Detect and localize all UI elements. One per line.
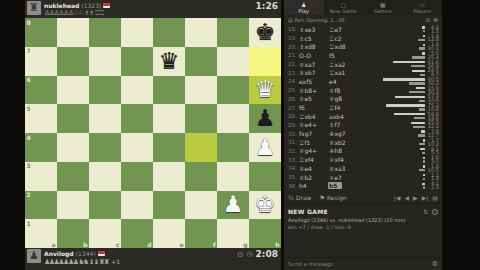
square-h6[interactable]: ♛ [249,76,281,105]
rank-label: 1 [27,220,31,227]
white-move-33[interactable]: ♖xf4 [298,156,328,163]
clock-top: 1:26 [256,1,278,11]
move-time-bars: 1.610.1 [373,43,439,50]
square-a7[interactable]: 7 [25,47,57,76]
time-bar [423,165,425,167]
white-move-26[interactable]: ♕e5 [298,95,328,102]
board-column: ♜ nuklehead (1323) ♙♙♙♙♙♙ ♘♘ ♗♗ ♖♖ 1:26 … [25,0,281,270]
square-d3[interactable] [121,162,153,191]
app-window: ♜ nuklehead (1323) ♙♙♙♙♙♙ ♘♘ ♗♗ ♖♖ 1:26 … [0,0,480,270]
captured-pieces-top: ♙♙♙♙♙♙ ♘♘ ♗♗ ♖♖ [44,9,256,18]
square-e7[interactable]: ♛ [153,47,185,76]
square-e2[interactable] [153,191,185,220]
square-e3[interactable] [153,162,185,191]
player-info-bottom: Anvilogd (1344) ♟♟♟♟♟♟♟ ♞♞ ♝♝ ♜♜+1 [44,249,237,266]
square-c1[interactable]: c [89,219,121,248]
move-time-bars: 1.63.5 [373,156,439,163]
move-number: 31. [288,139,298,145]
move-time-bars: 25.522.2 [373,121,439,128]
move-row-36: 36.h4h54.12.3 [288,181,439,190]
square-d7[interactable] [121,47,153,76]
rank-label: 4 [27,134,31,141]
new-game-card: NEW GAME ⇅ i Anvilogd (1344) vs. nuklehe… [284,204,442,230]
move-row-30: 30.fxg7♔xg77.612.7 [288,129,439,138]
file-label: d [147,241,151,248]
time-bar [393,61,424,63]
time-bar [419,100,424,102]
black-move-22[interactable]: ♖xa2 [328,61,358,68]
info-icon[interactable]: i [432,209,438,215]
white-move-31[interactable]: ♖f1 [298,139,328,146]
square-a4[interactable]: 4 [25,133,57,162]
move-row-35: 35.♕b2♕e71.11.4 [288,173,439,182]
tab-label: New Game [330,8,357,14]
move-number: 23. [288,70,298,76]
square-g7[interactable] [217,47,249,76]
black-move-25[interactable]: ♕f8 [328,87,358,94]
tab-new-game[interactable]: ▢New Game [324,0,364,15]
game-controls: ½ Draw ⚑ Resign |◀◀▶▶|▤ [284,191,442,204]
time-bar [423,30,425,32]
square-e4[interactable] [153,133,185,162]
black-move-33[interactable]: ♕xf4 [328,156,358,163]
move-number: 30. [288,131,298,137]
white-move-24[interactable]: exf5 [298,78,328,85]
country-flag-icon [98,251,105,256]
white-move-27[interactable]: f6 [298,104,328,111]
time-bar [422,52,425,54]
player-name-bottom[interactable]: Anvilogd [44,250,74,257]
player-bar-top: ♜ nuklehead (1323) ♙♙♙♙♙♙ ♘♘ ♗♗ ♖♖ 1:26 [25,0,281,18]
white-move-36[interactable]: h4 [298,182,328,189]
time-bar [418,134,424,136]
file-label: g [243,241,247,248]
rating-stakes-text: win +7 / draw -1 / lose -9 [288,224,438,230]
time-bar [411,122,424,124]
square-f4[interactable] [185,133,217,162]
move-time-bars: 4.12.3 [373,182,439,189]
move-time-bars: 4.21.5 [373,26,439,33]
black-move-28[interactable]: axb4 [328,113,358,120]
move-number: 25. [288,87,298,93]
square-g1[interactable]: g [217,219,249,248]
move-time-bars: 8.15.5 [373,147,439,154]
square-h7[interactable] [249,47,281,76]
new-game-title: NEW GAME [288,208,328,215]
square-b5[interactable] [57,104,89,133]
move-time-bars: 7.612.7 [373,130,439,137]
clock-bottom: 2:08 [256,249,278,259]
rank-label: 3 [27,162,31,169]
matchup-text: Anvilogd (1344) vs. nuklehead (1323) (10… [288,217,438,223]
move-list: 18.♗xe3♖e74.21.519.♗c5♖c21.912.820.♗xd8♖… [284,25,442,191]
player-rating-top: (1323) [81,2,101,9]
opening-name[interactable]: Reti Opening: 1...d5 [295,17,426,23]
square-g3[interactable] [217,162,249,191]
black-move-26[interactable]: ♕g8 [328,95,358,102]
square-a1[interactable]: 1a [25,219,57,248]
time-bar [421,130,425,132]
move-time-bars: 1.810.5 [373,165,439,172]
black-move-34[interactable]: ♕xa3 [328,165,358,172]
square-b1[interactable]: b [57,219,89,248]
white-move-23[interactable]: ♕xb7 [298,69,328,76]
square-c4[interactable] [89,133,121,162]
square-b7[interactable] [57,47,89,76]
time-bar [423,178,425,180]
square-e6[interactable] [153,76,185,105]
white-move-21[interactable]: O-O [298,52,328,59]
square-a6[interactable]: 6 [25,76,57,105]
close-icon[interactable]: ⊗ [433,16,438,24]
tab-games[interactable]: ▦Games [363,0,403,15]
square-e8[interactable] [153,18,185,47]
time-bar [419,169,424,171]
square-g2[interactable]: ♟ [217,191,249,220]
country-flag-icon [103,3,110,8]
resign-button[interactable]: ⚑ Resign [320,194,347,201]
square-c3[interactable] [89,162,121,191]
black-move-35[interactable]: ♕e7 [328,174,358,181]
move-time-bars: 1.710.2 [373,139,439,146]
rank-label: 7 [27,47,31,54]
square-h1[interactable]: h [249,219,281,248]
move-row-24: 24.exf5e480.530.2 [288,77,439,86]
move-row-29: 29.♕e4+♗f725.522.2 [288,121,439,130]
tab-label: Play [299,8,309,14]
square-a3[interactable]: 3 [25,162,57,191]
square-c5[interactable] [89,104,121,133]
move-row-27: 27.f6♖f475.210.8 [288,103,439,112]
move-number: 36. [288,183,298,189]
square-d8[interactable] [121,18,153,47]
square-c6[interactable] [89,76,121,105]
flag-icon: ⚑ [320,194,325,201]
time-bar [418,39,425,41]
tab-play[interactable]: ♟Play [284,0,324,15]
file-label: e [179,241,183,248]
white-move-35[interactable]: ♕b2 [298,174,328,181]
white-move-28[interactable]: ♖xb4 [298,113,328,120]
move-number: 21. [288,52,298,58]
white-move-30[interactable]: fxg7 [298,130,328,137]
white-pawn-h4[interactable]: ♟ [249,133,281,162]
time-bar [422,152,425,154]
black-move-21[interactable]: f5 [328,52,358,59]
time-bar [414,117,424,119]
square-d5[interactable] [121,104,153,133]
time-bar [423,35,425,37]
side-panel: ♟Play▢New Game▦Games⚇Players ▤ Reti Open… [284,0,442,270]
move-number: 19. [288,35,298,41]
square-c8[interactable] [89,18,121,47]
tab-players[interactable]: ⚇Players [403,0,443,15]
black-move-30[interactable]: ♔xg7 [328,130,358,137]
tab-label: Players [413,8,431,14]
rank-label: 6 [27,76,31,83]
player-bar-bottom: ♟ Anvilogd (1344) ♟♟♟♟♟♟♟ ♞♞ ♝♝ ♜♜+1 ⊙ ◷… [25,248,281,270]
tab-bar: ♟Play▢New Game▦Games⚇Players [284,0,442,15]
time-bar [423,160,425,162]
move-number: 26. [288,96,298,102]
player-name-top[interactable]: nuklehead [44,2,79,9]
square-h5[interactable]: ♟ [249,104,281,133]
time-bar [419,108,425,110]
time-bar [416,87,424,89]
move-number: 35. [288,174,298,180]
square-g5[interactable] [217,104,249,133]
go-start-icon[interactable]: |◀ [394,194,401,201]
avatar-top[interactable]: ♜ [27,1,41,15]
time-bar [412,56,425,58]
square-d2[interactable] [121,191,153,220]
white-king-h2[interactable]: ♚ [249,191,281,220]
black-pawn-h5[interactable]: ♟ [249,104,281,133]
black-queen-e7[interactable]: ♛ [153,47,185,76]
move-row-25: 25.♕b8+♕f815.830.4 [288,86,439,95]
gear-icon[interactable]: ⚙ [432,260,438,268]
square-b6[interactable] [57,76,89,105]
white-move-29[interactable]: ♕e4+ [298,121,328,128]
share-icon[interactable]: ⇅ [423,208,428,215]
square-h8[interactable]: ♚ [249,18,281,47]
black-move-23[interactable]: ♖xa1 [328,69,358,76]
time-bar [395,96,425,98]
step-forward-icon[interactable]: ▶ [413,194,418,201]
white-move-34[interactable]: ♕e4 [298,165,328,172]
black-move-20[interactable]: ♖xd8 [328,43,358,50]
time-bar [413,126,424,128]
move-number: 29. [288,122,298,128]
square-b2[interactable] [57,191,89,220]
player-info-top: nuklehead (1323) ♙♙♙♙♙♙ ♘♘ ♗♗ ♖♖ [44,1,256,18]
move-number: 27. [288,105,298,111]
file-label: b [83,241,87,248]
move-row-34: 34.♕e4♕xa31.810.5 [288,164,439,173]
file-label: f [213,241,216,248]
move-number: 34. [288,165,298,171]
white-pawn-g2[interactable]: ♟ [217,191,249,220]
avatar-bottom[interactable]: ♟ [27,249,41,263]
square-f1[interactable]: f [185,219,217,248]
time-bar [409,91,425,93]
move-row-18: 18.♗xe3♖e74.21.5 [288,25,439,34]
file-label: a [51,241,55,248]
square-f6[interactable] [185,76,217,105]
time-bar [423,139,425,141]
rank-label: 5 [27,105,31,112]
time-bar [409,82,424,84]
file-label: h [275,241,279,248]
time-bar [423,174,425,176]
time-bar [423,157,425,159]
go-end-icon[interactable]: ▶| [422,194,429,201]
move-number: 22. [288,61,298,67]
black-king-h8[interactable]: ♚ [249,18,281,47]
square-g8[interactable] [217,18,249,47]
menu-icon[interactable]: ▤ [432,194,438,201]
move-row-20: 20.♗xd8♖xd81.610.1 [288,42,439,51]
square-f8[interactable] [185,18,217,47]
time-value: 2.3 [426,185,439,190]
move-time-bars: 5.625.4 [373,52,439,59]
black-move-36[interactable]: h5 [328,182,342,189]
square-e5[interactable] [153,104,185,133]
opening-row: ▤ Reti Opening: 1...d5 ⧉⊗ [284,15,442,25]
step-back-icon[interactable]: ◀ [404,194,409,201]
time-bar [420,148,424,150]
chess-board: 8♚7♛6♛5♟4♟32♟♚1abcdefgh [25,18,281,248]
black-move-29[interactable]: ♗f7 [328,121,358,128]
square-h2[interactable]: ♚ [249,191,281,220]
white-move-19[interactable]: ♗c5 [298,35,328,42]
black-move-32[interactable]: ♔h8 [328,147,358,154]
square-d4[interactable] [121,133,153,162]
move-number: 20. [288,44,298,50]
square-g4[interactable] [217,133,249,162]
chat-input[interactable]: Send a message [288,261,432,267]
move-row-22: 22.♕xa7♖xa261.626.9 [288,60,439,69]
time-bar [411,65,425,67]
time-bar [419,143,424,145]
half-point-icon: ½ [288,194,294,201]
material-advantage: +1 [111,258,120,265]
circle-icon[interactable]: ⊙ [237,250,244,259]
move-number: 24. [288,78,298,84]
move-row-19: 19.♗c5♖c21.912.8 [288,34,439,43]
square-a2[interactable]: 2 [25,191,57,220]
move-row-33: 33.♖xf4♕xf41.63.5 [288,155,439,164]
move-row-23: 23.♕xb7♖xa124.58.7 [288,68,439,77]
chat-bar: Send a message ⚙ [284,257,442,270]
black-move-24[interactable]: e4 [328,78,358,85]
tab-label: Games [374,8,392,14]
square-f5[interactable] [185,104,217,133]
square-d1[interactable]: d [121,219,153,248]
move-row-32: 32.♕g4+♔h88.15.5 [288,147,439,156]
move-row-26: 26.♕e5♕g857.810.6 [288,95,439,104]
black-move-19[interactable]: ♖c2 [328,35,358,42]
square-b4[interactable] [57,133,89,162]
move-time-bars: 1.912.8 [373,34,439,41]
square-c2[interactable] [89,191,121,220]
square-f7[interactable] [185,47,217,76]
square-g6[interactable] [217,76,249,105]
book-icon: ▤ [288,17,293,23]
layout-icon[interactable]: ⧉ [426,16,430,24]
time-bar [422,183,424,185]
square-b3[interactable] [57,162,89,191]
square-f2[interactable] [185,191,217,220]
white-move-22[interactable]: ♕xa7 [298,61,328,68]
square-h3[interactable] [249,162,281,191]
black-move-27[interactable]: ♖f4 [328,104,358,111]
black-move-31[interactable]: ♕xb2 [328,139,358,146]
white-move-25[interactable]: ♕b8+ [298,87,328,94]
file-label: c [116,241,120,248]
captured-pieces-bottom: ♟♟♟♟♟♟♟ ♞♞ ♝♝ ♜♜+1 [44,257,237,266]
square-e1[interactable]: e [153,219,185,248]
move-row-28: 28.♖xb4axb459.819.6 [288,112,439,121]
white-move-18[interactable]: ♗xe3 [298,26,328,33]
time-bar [383,78,424,80]
player-rating-bottom: (1344) [76,250,96,257]
square-c7[interactable] [89,47,121,76]
time-bar [423,186,425,188]
time-bar [386,104,424,106]
move-number: 32. [288,148,298,154]
black-move-18[interactable]: ♖e7 [328,26,358,33]
square-d6[interactable] [121,76,153,105]
white-move-20[interactable]: ♗xd8 [298,43,328,50]
move-number: 33. [288,157,298,163]
move-row-21: 21.O-Of55.625.4 [288,51,439,60]
time-bar [412,70,425,72]
square-b8[interactable] [57,18,89,47]
square-a5[interactable]: 5 [25,104,57,133]
rank-label: 2 [27,191,31,198]
square-f3[interactable] [185,162,217,191]
draw-button[interactable]: ½ Draw [288,194,312,201]
square-h4[interactable]: ♟ [249,133,281,162]
time-bar [419,47,424,49]
time-bar [423,44,425,46]
square-a8[interactable]: 8 [25,18,57,47]
move-number: 18. [288,26,298,32]
move-row-31: 31.♖f1♕xb21.710.2 [288,138,439,147]
move-number: 28. [288,113,298,119]
clock-icon: ◷ [247,250,253,258]
move-time-bars: 1.11.4 [373,173,439,180]
time-bar [420,74,424,76]
time-bar [394,113,425,115]
white-queen-h6[interactable]: ♛ [249,76,281,105]
rank-label: 8 [27,19,31,26]
time-bar [422,26,424,28]
white-move-32[interactable]: ♕g4+ [298,147,328,154]
